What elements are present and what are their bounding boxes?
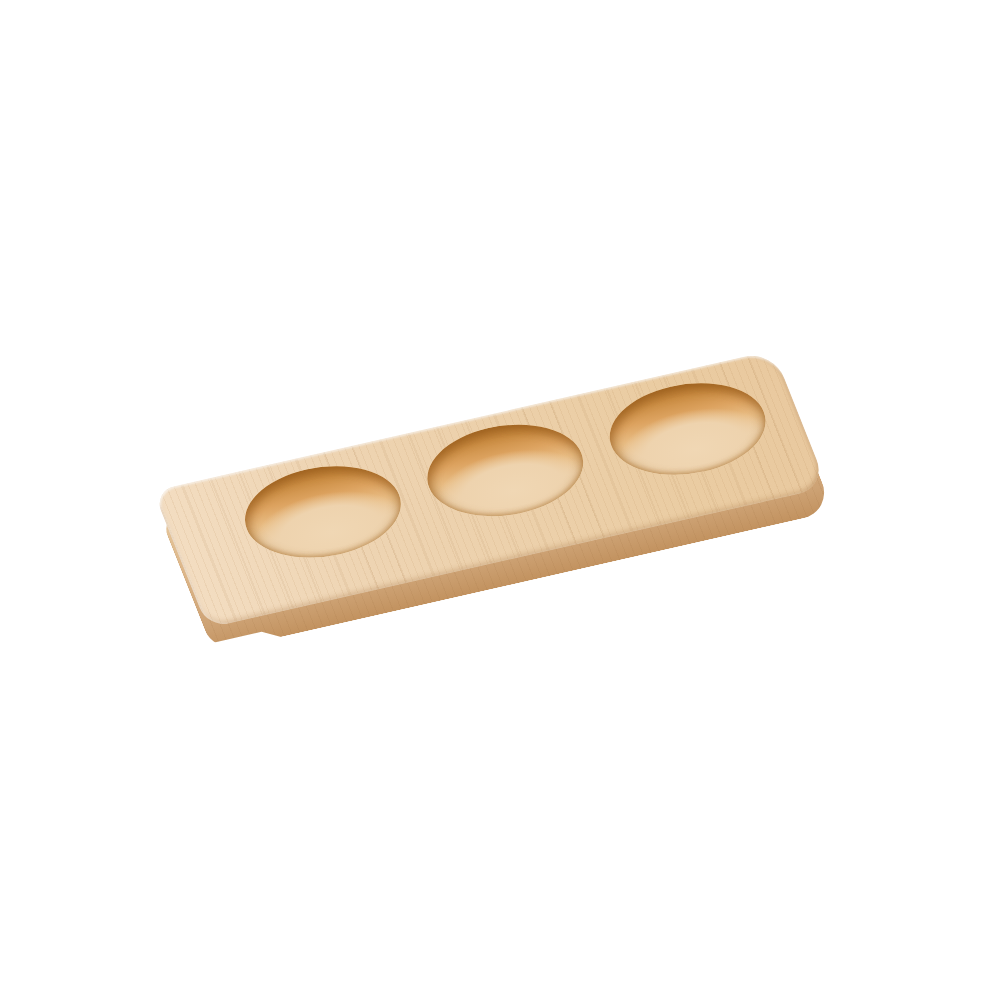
product-photo-scene — [0, 0, 1000, 1000]
pit-3[interactable] — [594, 370, 780, 489]
pit-2[interactable] — [412, 411, 598, 530]
pit-1[interactable] — [230, 452, 416, 571]
